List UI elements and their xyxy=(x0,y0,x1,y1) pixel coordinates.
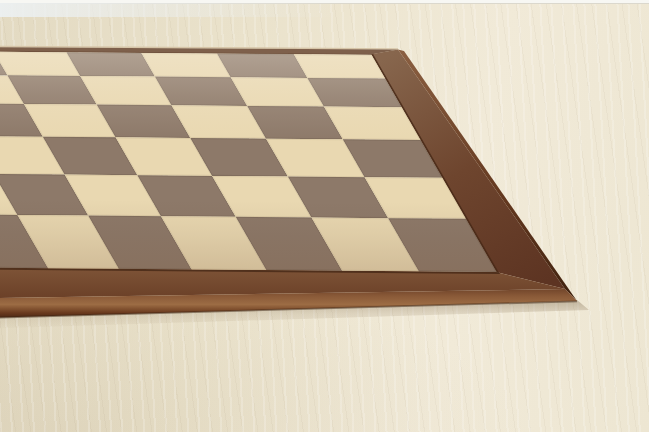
chessboard-product-photo xyxy=(0,0,649,432)
board-square xyxy=(67,52,155,76)
board-square xyxy=(217,54,307,78)
board-square xyxy=(294,54,385,78)
board-square xyxy=(141,53,230,77)
board-square xyxy=(307,78,401,107)
